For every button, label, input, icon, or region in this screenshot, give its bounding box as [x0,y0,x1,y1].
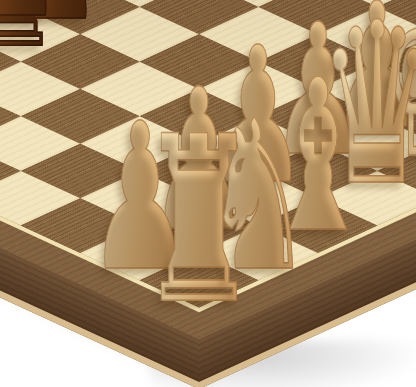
rook-glyph: ♜ [139,106,259,336]
pieces-layer: ♜ ♟ ♛♟♟♟♟♟♟♟♟♟♜♞♝♛♚ [0,0,416,387]
chess-set-photo: ♜ ♟ ♛♟♟♟♟♟♟♟♟♟♜♞♝♛♚ [0,0,416,387]
piece-black-pawn-c7: ♟ [0,0,29,66]
piece-white-rook-a1: ♜ [96,106,302,336]
pawn-glyph: ♟ [0,0,1,66]
